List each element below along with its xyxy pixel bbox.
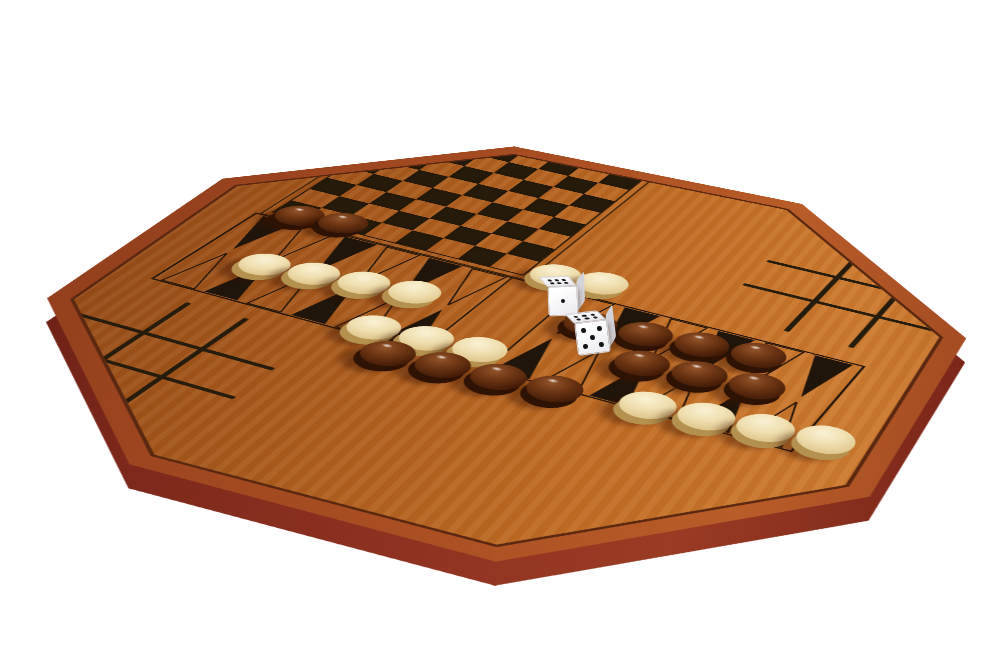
checkerboard-cell[interactable] [394, 139, 438, 142]
game-layout-group [0, 139, 1000, 567]
die-front-face [547, 285, 578, 316]
board-perspective-wrap [0, 0, 1000, 667]
die-front-face [574, 319, 611, 356]
checkerboard-cell[interactable] [378, 139, 422, 153]
board-top-plane [0, 129, 1000, 586]
die[interactable] [574, 319, 611, 356]
board-surface-clip [0, 139, 1000, 567]
tic-tac-toe-grid-left[interactable] [3, 293, 297, 424]
checkerboard-cell[interactable] [422, 139, 466, 149]
photo-scene [0, 0, 1000, 667]
die[interactable] [547, 285, 578, 316]
